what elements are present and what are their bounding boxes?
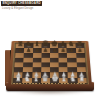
board-square: ♝ xyxy=(32,78,41,83)
piece-black-pawn: ♟ xyxy=(60,47,65,53)
board-tilt-area: ♜♞♝♛♚♝♞♜♟♟♟♟♟♟♟♟♟♟♟♟♟♟♟♟♜♞♝♛♚♝♞♜ xyxy=(8,28,92,86)
piece-white-knight: ♞ xyxy=(70,75,77,82)
piece-black-pawn: ♟ xyxy=(78,47,83,53)
board-square: ♚ xyxy=(50,78,59,83)
board-border: ♜♞♝♛♚♝♞♜♟♟♟♟♟♟♟♟♟♟♟♟♟♟♟♟♜♞♝♛♚♝♞♜ xyxy=(11,42,89,84)
board-square: ♞ xyxy=(68,78,77,83)
piece-black-pawn: ♟ xyxy=(35,47,40,53)
product-subtitle: Luxury & Elegant Design xyxy=(2,7,33,10)
piece-white-rook: ♜ xyxy=(15,75,22,82)
product-title: ENQUIRY CHESSBOARD xyxy=(2,1,40,5)
piece-black-pawn: ♟ xyxy=(69,47,74,53)
board-square: ♜ xyxy=(13,78,22,83)
product-label: ENQUIRY CHESSBOARD xyxy=(1,1,42,6)
board-frame: ♜♞♝♛♚♝♞♜♟♟♟♟♟♟♟♟♟♟♟♟♟♟♟♟♜♞♝♛♚♝♞♜ xyxy=(8,41,92,86)
piece-black-pawn: ♟ xyxy=(26,47,31,53)
board-square: ♜ xyxy=(77,78,86,83)
piece-white-knight: ♞ xyxy=(24,75,31,82)
board-square: ♞ xyxy=(23,78,32,83)
piece-white-bishop: ♝ xyxy=(33,75,40,82)
piece-black-pawn: ♟ xyxy=(52,47,57,53)
piece-black-pawn: ♟ xyxy=(17,47,22,53)
board-square: ♛ xyxy=(41,78,50,83)
inlay-strip xyxy=(13,83,87,84)
chess-board: ♜♞♝♛♚♝♞♜♟♟♟♟♟♟♟♟♟♟♟♟♟♟♟♟♜♞♝♛♚♝♞♜ xyxy=(13,44,86,83)
piece-black-pawn: ♟ xyxy=(43,47,48,53)
chess-set-photo: ♜♞♝♛♚♝♞♜♟♟♟♟♟♟♟♟♟♟♟♟♟♟♟♟♜♞♝♛♚♝♞♜ xyxy=(4,12,96,96)
board-square: ♝ xyxy=(59,78,68,83)
piece-white-rook: ♜ xyxy=(79,75,86,82)
piece-white-queen: ♛ xyxy=(42,74,50,82)
piece-white-king: ♚ xyxy=(51,74,59,82)
piece-white-bishop: ♝ xyxy=(60,75,67,82)
